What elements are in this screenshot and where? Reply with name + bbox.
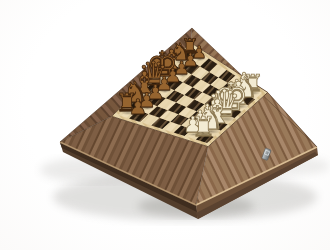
chess-box-photo: ♜♞♝♛♚♝♞♜♟♟♟♟♟♟♟♟♟♟♟♟♟♟♟♟♜♞♝♛♚♝♞♜ [0, 0, 330, 250]
piece-white-rook[interactable]: ♜ [191, 113, 215, 140]
board-render [0, 0, 330, 250]
piece-black-pawn[interactable]: ♟ [129, 97, 148, 118]
